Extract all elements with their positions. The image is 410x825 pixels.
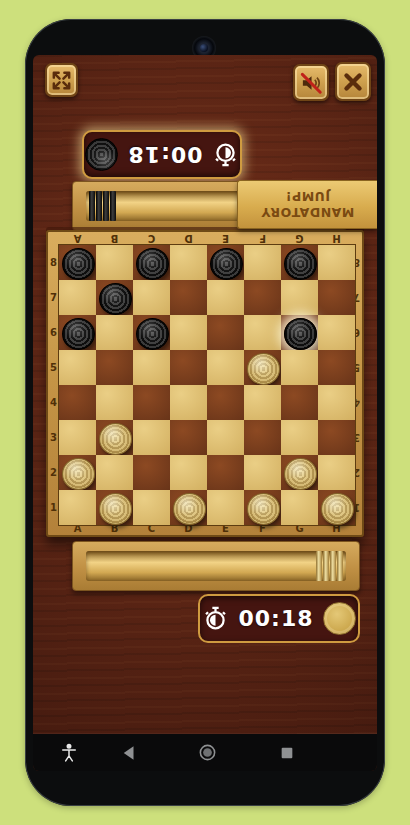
android-navbar: [33, 734, 377, 771]
square-h7[interactable]: [318, 280, 355, 315]
square-d1[interactable]: [170, 490, 207, 525]
square-g6[interactable]: [281, 315, 318, 350]
captured-piece-edge: [330, 551, 336, 581]
light-piece[interactable]: [247, 493, 280, 525]
light-piece[interactable]: [99, 493, 132, 525]
page-background: { "game": "checkers", "variant": "americ…: [0, 0, 410, 825]
square-h4[interactable]: [318, 385, 355, 420]
square-f5[interactable]: [244, 350, 281, 385]
fullscreen-button[interactable]: [45, 63, 78, 97]
col-label-b: B: [96, 232, 133, 245]
back-triangle-icon: [120, 744, 138, 762]
square-b4[interactable]: [96, 385, 133, 420]
square-b3[interactable]: [96, 420, 133, 455]
square-e4[interactable]: [207, 385, 244, 420]
row-label-7: 7: [48, 280, 59, 315]
player-time: 00:18: [238, 606, 313, 631]
square-g3[interactable]: [281, 420, 318, 455]
square-c6[interactable]: [133, 315, 170, 350]
col-label-a: A: [59, 232, 96, 245]
row-label-5: 5: [48, 350, 59, 385]
opponent-time: 00:18: [127, 142, 202, 167]
square-b6[interactable]: [96, 315, 133, 350]
col-label-c: C: [133, 232, 170, 245]
square-g5[interactable]: [281, 350, 318, 385]
square-c4[interactable]: [133, 385, 170, 420]
row-label-6: 6: [48, 315, 59, 350]
square-h8[interactable]: [318, 245, 355, 280]
square-f1[interactable]: [244, 490, 281, 525]
fullscreen-expand-icon: [50, 69, 73, 92]
square-b1[interactable]: [96, 490, 133, 525]
dark-piece[interactable]: [62, 318, 95, 350]
stopwatch-icon: [202, 605, 229, 632]
captured-piece-edge: [96, 191, 102, 221]
square-f2[interactable]: [244, 455, 281, 490]
square-e6[interactable]: [207, 315, 244, 350]
column-labels-top: ABCDEFGH: [59, 232, 355, 245]
square-a8[interactable]: [59, 245, 96, 280]
captured-piece-edge: [316, 551, 322, 581]
square-e8[interactable]: [207, 245, 244, 280]
stopwatch-icon: [212, 141, 239, 168]
square-c7[interactable]: [133, 280, 170, 315]
opponent-timer: 00:18: [82, 130, 242, 179]
square-h1[interactable]: [318, 490, 355, 525]
square-c8[interactable]: [133, 245, 170, 280]
square-g7[interactable]: [281, 280, 318, 315]
camera-lens: [200, 44, 208, 52]
tray-groove: [86, 551, 346, 581]
square-c3[interactable]: [133, 420, 170, 455]
square-a1[interactable]: [59, 490, 96, 525]
light-piece[interactable]: [321, 493, 354, 525]
square-e1[interactable]: [207, 490, 244, 525]
square-c1[interactable]: [133, 490, 170, 525]
square-e7[interactable]: [207, 280, 244, 315]
light-piece[interactable]: [62, 458, 95, 490]
captured-light-pieces: [316, 551, 343, 581]
square-d4[interactable]: [170, 385, 207, 420]
row-label-3: 3: [48, 420, 59, 455]
square-c2[interactable]: [133, 455, 170, 490]
captured-piece-edge: [89, 191, 95, 221]
square-e5[interactable]: [207, 350, 244, 385]
square-g1[interactable]: [281, 490, 318, 525]
square-a5[interactable]: [59, 350, 96, 385]
square-a2[interactable]: [59, 455, 96, 490]
square-h2[interactable]: [318, 455, 355, 490]
row-label-4: 4: [48, 385, 59, 420]
col-label-h: H: [318, 232, 355, 245]
player-piece-icon: [323, 602, 356, 635]
light-piece[interactable]: [99, 423, 132, 455]
light-piece[interactable]: [247, 353, 280, 385]
col-label-g: G: [281, 232, 318, 245]
accessibility-person-icon: [59, 742, 79, 764]
square-d3[interactable]: [170, 420, 207, 455]
col-label-f: F: [244, 232, 281, 245]
square-d7[interactable]: [170, 280, 207, 315]
captured-piece-edge: [337, 551, 343, 581]
square-d6[interactable]: [170, 315, 207, 350]
mute-button[interactable]: [293, 64, 329, 101]
square-g4[interactable]: [281, 385, 318, 420]
light-piece[interactable]: [284, 458, 317, 490]
dark-piece[interactable]: [62, 248, 95, 280]
square-f3[interactable]: [244, 420, 281, 455]
dark-piece-selected[interactable]: [284, 318, 317, 350]
game-screen: 00:18 MANDATORY JUMP! ABCDEFGH ABCDEFGH …: [33, 55, 377, 771]
square-h5[interactable]: [318, 350, 355, 385]
checkers-board: ABCDEFGH ABCDEFGH 87654321 87654321: [46, 230, 364, 537]
square-h3[interactable]: [318, 420, 355, 455]
player-timer: 00:18: [198, 594, 360, 643]
square-a4[interactable]: [59, 385, 96, 420]
mandatory-jump-banner: MANDATORY JUMP!: [237, 180, 377, 229]
accessibility-button[interactable]: [49, 734, 89, 771]
home-circle-icon: [198, 743, 217, 762]
recents-square-icon: [279, 745, 295, 761]
square-c5[interactable]: [133, 350, 170, 385]
captured-dark-pieces: [89, 191, 116, 221]
dark-piece[interactable]: [210, 248, 243, 280]
row-label-2: 2: [48, 455, 59, 490]
col-label-e: E: [207, 232, 244, 245]
row-labels-left: 87654321: [48, 245, 59, 525]
opponent-piece-icon: [85, 138, 118, 171]
close-button[interactable]: [335, 62, 371, 101]
captured-piece-edge: [323, 551, 329, 581]
square-d2[interactable]: [170, 455, 207, 490]
recents-button[interactable]: [267, 734, 307, 771]
square-a6[interactable]: [59, 315, 96, 350]
square-a7[interactable]: [59, 280, 96, 315]
square-d8[interactable]: [170, 245, 207, 280]
square-e2[interactable]: [207, 455, 244, 490]
square-f4[interactable]: [244, 385, 281, 420]
square-g8[interactable]: [281, 245, 318, 280]
dark-piece[interactable]: [284, 248, 317, 280]
square-d5[interactable]: [170, 350, 207, 385]
mandatory-jump-text: MANDATORY JUMP!: [261, 189, 354, 220]
square-b7[interactable]: [96, 280, 133, 315]
dark-piece[interactable]: [99, 283, 132, 315]
square-e3[interactable]: [207, 420, 244, 455]
square-b5[interactable]: [96, 350, 133, 385]
row-label-1: 1: [48, 490, 59, 525]
square-g2[interactable]: [281, 455, 318, 490]
square-f8[interactable]: [244, 245, 281, 280]
dark-piece[interactable]: [136, 318, 169, 350]
captured-light-tray: [72, 541, 360, 591]
board-grid: [59, 245, 355, 525]
square-a3[interactable]: [59, 420, 96, 455]
back-button[interactable]: [109, 734, 149, 771]
row-label-8: 8: [48, 245, 59, 280]
captured-piece-edge: [103, 191, 109, 221]
phone-frame: 00:18 MANDATORY JUMP! ABCDEFGH ABCDEFGH …: [25, 19, 385, 806]
col-label-d: D: [170, 232, 207, 245]
square-b8[interactable]: [96, 245, 133, 280]
square-h6[interactable]: [318, 315, 355, 350]
light-piece[interactable]: [173, 493, 206, 525]
dark-piece[interactable]: [136, 248, 169, 280]
muted-speaker-icon: [298, 70, 324, 96]
square-f6[interactable]: [244, 315, 281, 350]
square-b2[interactable]: [96, 455, 133, 490]
home-button[interactable]: [187, 734, 227, 771]
captured-piece-edge: [110, 191, 116, 221]
square-f7[interactable]: [244, 280, 281, 315]
close-x-icon: [341, 69, 365, 95]
